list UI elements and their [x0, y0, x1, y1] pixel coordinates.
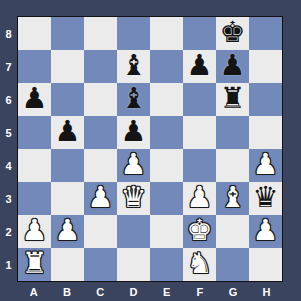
black-rook-g6[interactable]: ♜ — [220, 83, 246, 115]
square-g7[interactable]: ♟ — [216, 50, 249, 83]
square-d8[interactable] — [117, 17, 150, 50]
square-b8[interactable] — [51, 17, 84, 50]
black-pawn-b5[interactable]: ♟ — [55, 116, 81, 148]
square-c6[interactable] — [84, 83, 117, 116]
square-d7[interactable]: ♝ — [117, 50, 150, 83]
square-b4[interactable] — [51, 149, 84, 182]
white-knight-f1[interactable]: ♞ — [187, 248, 213, 280]
black-bishop-d6[interactable]: ♝ — [121, 83, 147, 115]
square-a1[interactable]: ♜ — [18, 248, 51, 281]
rank-label-8: 8 — [0, 17, 17, 50]
square-a7[interactable] — [18, 50, 51, 83]
rank-labels: 87654321 — [0, 17, 17, 281]
rank-label-5: 5 — [0, 116, 17, 149]
black-pawn-f7[interactable]: ♟ — [187, 50, 213, 82]
square-b7[interactable] — [51, 50, 84, 83]
square-h8[interactable] — [249, 17, 282, 50]
white-rook-a1[interactable]: ♜ — [22, 248, 48, 280]
black-pawn-d5[interactable]: ♟ — [121, 116, 147, 148]
square-b5[interactable]: ♟ — [51, 116, 84, 149]
square-a2[interactable]: ♟ — [18, 215, 51, 248]
white-bishop-g3[interactable]: ♝ — [220, 182, 246, 214]
square-f6[interactable] — [183, 83, 216, 116]
square-h7[interactable] — [249, 50, 282, 83]
square-f2[interactable]: ♚ — [183, 215, 216, 248]
square-d2[interactable] — [117, 215, 150, 248]
square-g6[interactable]: ♜ — [216, 83, 249, 116]
square-f1[interactable]: ♞ — [183, 248, 216, 281]
square-f5[interactable] — [183, 116, 216, 149]
square-h1[interactable] — [249, 248, 282, 281]
square-b6[interactable] — [51, 83, 84, 116]
rank-label-1: 1 — [0, 248, 17, 281]
square-d6[interactable]: ♝ — [117, 83, 150, 116]
square-c1[interactable] — [84, 248, 117, 281]
rank-label-6: 6 — [0, 83, 17, 116]
square-d4[interactable]: ♟ — [117, 149, 150, 182]
square-a4[interactable] — [18, 149, 51, 182]
square-d1[interactable] — [117, 248, 150, 281]
square-e1[interactable] — [150, 248, 183, 281]
white-pawn-f3[interactable]: ♟ — [187, 182, 213, 214]
black-pawn-a6[interactable]: ♟ — [22, 83, 48, 115]
rank-label-4: 4 — [0, 149, 17, 182]
file-label-f: F — [183, 282, 216, 301]
square-a6[interactable]: ♟ — [18, 83, 51, 116]
square-g1[interactable] — [216, 248, 249, 281]
square-g3[interactable]: ♝ — [216, 182, 249, 215]
chess-diagram: 87654321 ♚♝♟♟♟♝♜♟♟♟♟♟♛♟♝♛♟♟♚♟♜♞ ABCDEFGH — [0, 0, 301, 301]
file-label-g: G — [217, 282, 250, 301]
square-f7[interactable]: ♟ — [183, 50, 216, 83]
square-e2[interactable] — [150, 215, 183, 248]
square-e3[interactable] — [150, 182, 183, 215]
square-a3[interactable] — [18, 182, 51, 215]
square-c7[interactable] — [84, 50, 117, 83]
square-g4[interactable] — [216, 149, 249, 182]
rank-label-3: 3 — [0, 182, 17, 215]
file-label-a: A — [17, 282, 50, 301]
square-h3[interactable]: ♛ — [249, 182, 282, 215]
square-c2[interactable] — [84, 215, 117, 248]
square-b2[interactable]: ♟ — [51, 215, 84, 248]
square-c3[interactable]: ♟ — [84, 182, 117, 215]
square-g2[interactable] — [216, 215, 249, 248]
black-pawn-g7[interactable]: ♟ — [220, 50, 246, 82]
square-h2[interactable]: ♟ — [249, 215, 282, 248]
board: ♚♝♟♟♟♝♜♟♟♟♟♟♛♟♝♛♟♟♚♟♜♞ — [17, 16, 283, 282]
file-label-b: B — [50, 282, 83, 301]
white-pawn-a2[interactable]: ♟ — [22, 215, 48, 247]
white-queen-d3[interactable]: ♛ — [121, 182, 147, 214]
white-pawn-d4[interactable]: ♟ — [121, 149, 147, 181]
square-a5[interactable] — [18, 116, 51, 149]
black-queen-h3[interactable]: ♛ — [253, 182, 279, 214]
white-king-f2[interactable]: ♚ — [187, 215, 213, 247]
black-king-g8[interactable]: ♚ — [220, 17, 246, 49]
square-e5[interactable] — [150, 116, 183, 149]
square-g8[interactable]: ♚ — [216, 17, 249, 50]
square-c4[interactable] — [84, 149, 117, 182]
square-e4[interactable] — [150, 149, 183, 182]
square-h5[interactable] — [249, 116, 282, 149]
square-b1[interactable] — [51, 248, 84, 281]
square-c8[interactable] — [84, 17, 117, 50]
square-e8[interactable] — [150, 17, 183, 50]
square-d5[interactable]: ♟ — [117, 116, 150, 149]
square-a8[interactable] — [18, 17, 51, 50]
file-label-d: D — [117, 282, 150, 301]
rank-label-2: 2 — [0, 215, 17, 248]
black-bishop-d7[interactable]: ♝ — [121, 50, 147, 82]
white-pawn-b2[interactable]: ♟ — [55, 215, 81, 247]
file-label-h: H — [250, 282, 283, 301]
square-c5[interactable] — [84, 116, 117, 149]
square-h6[interactable] — [249, 83, 282, 116]
square-h4[interactable]: ♟ — [249, 149, 282, 182]
square-e7[interactable] — [150, 50, 183, 83]
file-labels: ABCDEFGH — [17, 282, 283, 301]
square-b3[interactable] — [51, 182, 84, 215]
square-f8[interactable] — [183, 17, 216, 50]
white-pawn-h4[interactable]: ♟ — [253, 149, 279, 181]
square-d3[interactable]: ♛ — [117, 182, 150, 215]
rank-label-7: 7 — [0, 50, 17, 83]
white-pawn-c3[interactable]: ♟ — [88, 182, 114, 214]
file-label-c: C — [84, 282, 117, 301]
square-g5[interactable] — [216, 116, 249, 149]
square-e6[interactable] — [150, 83, 183, 116]
square-f3[interactable]: ♟ — [183, 182, 216, 215]
square-f4[interactable] — [183, 149, 216, 182]
white-pawn-h2[interactable]: ♟ — [253, 215, 279, 247]
file-label-e: E — [150, 282, 183, 301]
